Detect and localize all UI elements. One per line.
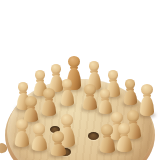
peg-body <box>15 131 29 147</box>
peg-body <box>32 136 47 151</box>
peg[interactable] <box>117 123 132 152</box>
peg-body <box>140 96 154 116</box>
peg-head <box>127 110 140 122</box>
peg-head <box>118 123 131 135</box>
peg-body <box>100 137 115 153</box>
peg[interactable] <box>99 89 112 114</box>
peg-body <box>51 144 66 156</box>
peg[interactable] <box>124 79 137 105</box>
peg[interactable] <box>42 88 56 116</box>
peg[interactable] <box>100 124 115 153</box>
peg[interactable] <box>15 119 29 147</box>
peg[interactable] <box>61 79 74 106</box>
peg-head <box>33 123 46 135</box>
peg-body <box>42 100 56 116</box>
peg-head <box>61 114 74 126</box>
empty-hole[interactable] <box>88 132 99 140</box>
peg[interactable] <box>140 84 154 116</box>
peg-head <box>52 131 65 143</box>
peg[interactable] <box>32 123 47 151</box>
peg[interactable] <box>83 84 97 110</box>
peg-body <box>83 96 97 110</box>
peg-body <box>117 136 132 152</box>
peg-body <box>124 90 137 105</box>
memory-chess-photo <box>0 0 160 160</box>
peg-body <box>61 90 74 106</box>
peg-head <box>101 124 114 136</box>
peg[interactable] <box>51 131 66 156</box>
